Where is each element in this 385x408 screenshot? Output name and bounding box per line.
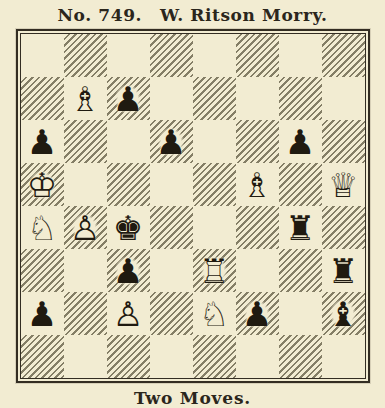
square-e2: ♘	[193, 292, 236, 335]
square-c6	[107, 120, 150, 163]
white-queen: ♕	[325, 165, 361, 205]
white-rook: ♖	[196, 251, 232, 291]
square-d6: ♟	[150, 120, 193, 163]
square-g6: ♟	[279, 120, 322, 163]
square-d7	[150, 77, 193, 120]
square-g7	[279, 77, 322, 120]
square-f7	[236, 77, 279, 120]
square-c4: ♚	[107, 206, 150, 249]
square-f8	[236, 34, 279, 77]
black-bishop: ♝	[325, 294, 361, 334]
square-h4	[322, 206, 365, 249]
square-e3: ♖	[193, 249, 236, 292]
square-f3	[236, 249, 279, 292]
square-a3	[21, 249, 64, 292]
square-f6	[236, 120, 279, 163]
square-a7	[21, 77, 64, 120]
square-a8	[21, 34, 64, 77]
white-bishop: ♗	[67, 79, 103, 119]
white-bishop: ♗	[239, 165, 275, 205]
black-pawn: ♟	[239, 294, 275, 334]
book-page: No. 749. W. Ritson Morry. ♗♟♟♟♟♔♗♕♘♙♚♜♟♖…	[0, 0, 385, 408]
black-pawn: ♟	[282, 122, 318, 162]
square-b3	[64, 249, 107, 292]
square-b5	[64, 163, 107, 206]
square-g1	[279, 335, 322, 378]
square-f2: ♟	[236, 292, 279, 335]
square-e4	[193, 206, 236, 249]
composer-name: W. Ritson Morry.	[160, 5, 327, 25]
square-e8	[193, 34, 236, 77]
square-b7: ♗	[64, 77, 107, 120]
stipulation: Two Moves.	[0, 388, 385, 408]
square-a6: ♟	[21, 120, 64, 163]
black-pawn: ♟	[24, 122, 60, 162]
black-rook: ♜	[325, 251, 361, 291]
white-pawn: ♙	[110, 294, 146, 334]
square-g2	[279, 292, 322, 335]
square-h7	[322, 77, 365, 120]
square-g3	[279, 249, 322, 292]
square-c3: ♟	[107, 249, 150, 292]
square-a5: ♔	[21, 163, 64, 206]
square-a2: ♟	[21, 292, 64, 335]
white-pawn: ♙	[67, 208, 103, 248]
square-d3	[150, 249, 193, 292]
square-c7: ♟	[107, 77, 150, 120]
square-e5	[193, 163, 236, 206]
square-d8	[150, 34, 193, 77]
white-knight: ♘	[196, 294, 232, 334]
square-g4: ♜	[279, 206, 322, 249]
square-h2: ♝	[322, 292, 365, 335]
black-rook: ♜	[282, 208, 318, 248]
square-c2: ♙	[107, 292, 150, 335]
square-b4: ♙	[64, 206, 107, 249]
square-d4	[150, 206, 193, 249]
square-b6	[64, 120, 107, 163]
black-pawn: ♟	[110, 79, 146, 119]
square-e6	[193, 120, 236, 163]
black-king: ♚	[110, 208, 146, 248]
square-c8	[107, 34, 150, 77]
square-c1	[107, 335, 150, 378]
square-h5: ♕	[322, 163, 365, 206]
white-king: ♔	[24, 165, 60, 205]
square-e1	[193, 335, 236, 378]
square-h1	[322, 335, 365, 378]
chess-board: ♗♟♟♟♟♔♗♕♘♙♚♜♟♖♜♟♙♘♟♝	[20, 33, 366, 379]
square-d2	[150, 292, 193, 335]
square-d1	[150, 335, 193, 378]
square-e7	[193, 77, 236, 120]
square-g5	[279, 163, 322, 206]
square-b8	[64, 34, 107, 77]
problem-number: No. 749.	[57, 5, 142, 25]
square-h8	[322, 34, 365, 77]
square-b1	[64, 335, 107, 378]
black-pawn: ♟	[110, 251, 146, 291]
square-a1	[21, 335, 64, 378]
white-knight: ♘	[24, 208, 60, 248]
black-pawn: ♟	[153, 122, 189, 162]
square-a4: ♘	[21, 206, 64, 249]
square-f4	[236, 206, 279, 249]
square-h6	[322, 120, 365, 163]
square-f1	[236, 335, 279, 378]
square-c5	[107, 163, 150, 206]
square-d5	[150, 163, 193, 206]
square-b2	[64, 292, 107, 335]
square-h3: ♜	[322, 249, 365, 292]
black-pawn: ♟	[24, 294, 60, 334]
square-f5: ♗	[236, 163, 279, 206]
board-frame: ♗♟♟♟♟♔♗♕♘♙♚♜♟♖♜♟♙♘♟♝	[16, 29, 370, 383]
problem-title: No. 749. W. Ritson Morry.	[0, 0, 385, 25]
square-g8	[279, 34, 322, 77]
